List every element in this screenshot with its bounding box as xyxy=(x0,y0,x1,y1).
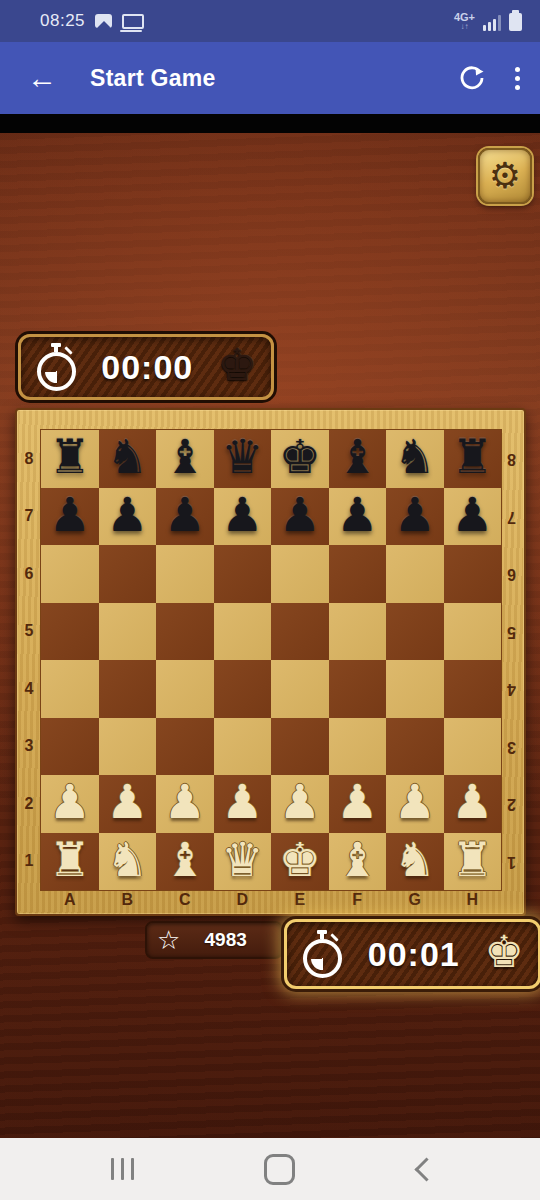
file-label-f: F xyxy=(329,888,387,912)
square-h8[interactable]: ♜ xyxy=(444,430,502,488)
square-b1[interactable]: ♞ xyxy=(99,833,157,891)
file-label-b: B xyxy=(99,888,157,912)
rank-label-2: 2 xyxy=(17,775,41,833)
settings-button[interactable]: ⚙ xyxy=(478,148,532,204)
rank-label-1: 1 xyxy=(17,833,41,891)
piece-white-bishop[interactable]: ♝ xyxy=(164,836,206,883)
piece-black-pawn[interactable]: ♟ xyxy=(164,491,206,538)
square-d5[interactable] xyxy=(214,603,272,661)
home-icon[interactable] xyxy=(264,1154,295,1185)
piece-black-pawn[interactable]: ♟ xyxy=(49,491,91,538)
rank-label-3: 3 xyxy=(17,718,41,776)
square-c7[interactable]: ♟ xyxy=(156,488,214,546)
piece-white-knight[interactable]: ♞ xyxy=(394,836,436,883)
piece-black-queen[interactable]: ♛ xyxy=(221,433,263,480)
piece-white-knight[interactable]: ♞ xyxy=(106,836,148,883)
rank-label-5: 5 xyxy=(17,603,41,661)
square-c3[interactable] xyxy=(156,718,214,776)
piece-black-rook[interactable]: ♜ xyxy=(49,433,91,480)
piece-white-rook[interactable]: ♜ xyxy=(451,836,493,883)
battery-icon xyxy=(509,13,522,31)
piece-black-pawn[interactable]: ♟ xyxy=(451,491,493,538)
piece-white-rook[interactable]: ♜ xyxy=(49,836,91,883)
square-a4[interactable] xyxy=(41,660,99,718)
square-c2[interactable]: ♟ xyxy=(156,775,214,833)
file-labels-bottom: ABCDEFGH xyxy=(41,888,501,912)
rank-label-7: 7 xyxy=(17,488,41,546)
divider-strip xyxy=(0,114,540,133)
square-d2[interactable]: ♟ xyxy=(214,775,272,833)
square-e3[interactable] xyxy=(271,718,329,776)
rank-label-7: 7 xyxy=(499,488,524,546)
square-b8[interactable]: ♞ xyxy=(99,430,157,488)
star-icon: ☆ xyxy=(157,927,180,953)
square-h7[interactable]: ♟ xyxy=(444,488,502,546)
refresh-icon[interactable] xyxy=(459,65,485,91)
page-title: Start Game xyxy=(90,65,216,92)
square-g8[interactable]: ♞ xyxy=(386,430,444,488)
stopwatch-icon xyxy=(35,341,77,393)
rank-label-6: 6 xyxy=(499,545,524,603)
square-h6[interactable] xyxy=(444,545,502,603)
piece-white-bishop[interactable]: ♝ xyxy=(336,836,378,883)
piece-black-pawn[interactable]: ♟ xyxy=(336,491,378,538)
square-a7[interactable]: ♟ xyxy=(41,488,99,546)
rank-label-2: 2 xyxy=(499,775,524,833)
phone-screen: 08:25 4G+ ↓↑ ← Start Game xyxy=(0,0,540,1200)
rank-label-3: 3 xyxy=(499,718,524,776)
rank-labels-left: 87654321 xyxy=(17,430,41,890)
square-g5[interactable] xyxy=(386,603,444,661)
square-f2[interactable]: ♟ xyxy=(329,775,387,833)
black-king-icon: ♚ xyxy=(218,343,257,387)
square-a3[interactable] xyxy=(41,718,99,776)
white-clock: 00:01 xyxy=(343,935,485,974)
square-e2[interactable]: ♟ xyxy=(271,775,329,833)
square-f1[interactable]: ♝ xyxy=(329,833,387,891)
rank-label-4: 4 xyxy=(17,660,41,718)
file-label-g: G xyxy=(386,888,444,912)
rating-score: 4983 xyxy=(180,929,271,951)
white-timer-panel: 00:01 ♚ xyxy=(284,919,540,989)
square-b7[interactable]: ♟ xyxy=(99,488,157,546)
square-f7[interactable]: ♟ xyxy=(329,488,387,546)
file-label-h: H xyxy=(444,888,502,912)
square-c4[interactable] xyxy=(156,660,214,718)
square-e7[interactable]: ♟ xyxy=(271,488,329,546)
board-grid: ♜♞♝♛♚♝♞♜♟♟♟♟♟♟♟♟♟♟♟♟♟♟♟♟♜♞♝♛♚♝♞♜ xyxy=(41,430,501,890)
piece-black-king[interactable]: ♚ xyxy=(279,433,321,480)
piece-black-knight[interactable]: ♞ xyxy=(106,433,148,480)
square-h2[interactable]: ♟ xyxy=(444,775,502,833)
piece-black-bishop[interactable]: ♝ xyxy=(164,433,206,480)
piece-black-pawn[interactable]: ♟ xyxy=(394,491,436,538)
square-h4[interactable] xyxy=(444,660,502,718)
recents-icon[interactable] xyxy=(105,1152,140,1186)
app-bar: ← Start Game xyxy=(0,42,540,114)
square-d6[interactable] xyxy=(214,545,272,603)
file-label-a: A xyxy=(41,888,99,912)
square-a5[interactable] xyxy=(41,603,99,661)
square-g7[interactable]: ♟ xyxy=(386,488,444,546)
square-a2[interactable]: ♟ xyxy=(41,775,99,833)
square-b6[interactable] xyxy=(99,545,157,603)
piece-white-pawn[interactable]: ♟ xyxy=(49,778,91,825)
square-g6[interactable] xyxy=(386,545,444,603)
piece-white-pawn[interactable]: ♟ xyxy=(106,778,148,825)
square-e4[interactable] xyxy=(271,660,329,718)
square-g4[interactable] xyxy=(386,660,444,718)
square-c1[interactable]: ♝ xyxy=(156,833,214,891)
square-b5[interactable] xyxy=(99,603,157,661)
back-arrow-icon[interactable]: ← xyxy=(22,61,62,95)
square-g3[interactable] xyxy=(386,718,444,776)
rank-label-6: 6 xyxy=(17,545,41,603)
square-a1[interactable]: ♜ xyxy=(41,833,99,891)
rating-badge[interactable]: ☆ 4983 xyxy=(145,921,283,959)
rank-label-1: 1 xyxy=(499,833,524,891)
signal-strength-icon xyxy=(483,15,501,31)
piece-white-pawn[interactable]: ♟ xyxy=(279,778,321,825)
square-f8[interactable]: ♝ xyxy=(329,430,387,488)
square-d8[interactable]: ♛ xyxy=(214,430,272,488)
square-a6[interactable] xyxy=(41,545,99,603)
file-label-e: E xyxy=(271,888,329,912)
square-e6[interactable] xyxy=(271,545,329,603)
piece-white-pawn[interactable]: ♟ xyxy=(221,778,263,825)
chess-board: 87654321 87654321 ABCDEFGH ♜♞♝♛♚♝♞♜♟♟♟♟♟… xyxy=(15,408,526,916)
white-king-icon: ♚ xyxy=(485,930,524,974)
nav-back-icon[interactable] xyxy=(414,1157,438,1181)
piece-white-king[interactable]: ♚ xyxy=(279,836,321,883)
square-h3[interactable] xyxy=(444,718,502,776)
square-b2[interactable]: ♟ xyxy=(99,775,157,833)
square-c6[interactable] xyxy=(156,545,214,603)
rank-label-4: 4 xyxy=(499,660,524,718)
network-type-icon: 4G+ ↓↑ xyxy=(454,12,475,31)
square-b3[interactable] xyxy=(99,718,157,776)
square-g1[interactable]: ♞ xyxy=(386,833,444,891)
black-clock: 00:00 xyxy=(77,348,218,387)
square-d1[interactable]: ♛ xyxy=(214,833,272,891)
piece-black-pawn[interactable]: ♟ xyxy=(221,491,263,538)
piece-black-bishop[interactable]: ♝ xyxy=(336,433,378,480)
cast-notification-icon xyxy=(122,14,144,29)
rank-label-8: 8 xyxy=(499,430,524,488)
square-f3[interactable] xyxy=(329,718,387,776)
clock-time: 08:25 xyxy=(40,11,85,31)
piece-white-pawn[interactable]: ♟ xyxy=(164,778,206,825)
square-f6[interactable] xyxy=(329,545,387,603)
black-timer-panel: 00:00 ♚ xyxy=(18,334,274,400)
square-d7[interactable]: ♟ xyxy=(214,488,272,546)
piece-black-pawn[interactable]: ♟ xyxy=(106,491,148,538)
square-b4[interactable] xyxy=(99,660,157,718)
piece-black-rook[interactable]: ♜ xyxy=(451,433,493,480)
square-c5[interactable] xyxy=(156,603,214,661)
file-label-c: C xyxy=(156,888,214,912)
stopwatch-icon xyxy=(301,928,343,980)
piece-white-pawn[interactable]: ♟ xyxy=(394,778,436,825)
gear-icon: ⚙ xyxy=(489,158,521,194)
square-f5[interactable] xyxy=(329,603,387,661)
piece-white-queen[interactable]: ♛ xyxy=(221,836,263,883)
square-e5[interactable] xyxy=(271,603,329,661)
rank-labels-right: 87654321 xyxy=(499,430,524,890)
square-g2[interactable]: ♟ xyxy=(386,775,444,833)
square-h5[interactable] xyxy=(444,603,502,661)
square-e8[interactable]: ♚ xyxy=(271,430,329,488)
square-h1[interactable]: ♜ xyxy=(444,833,502,891)
square-a8[interactable]: ♜ xyxy=(41,430,99,488)
piece-black-knight[interactable]: ♞ xyxy=(394,433,436,480)
square-d4[interactable] xyxy=(214,660,272,718)
android-nav-bar xyxy=(0,1138,540,1200)
rank-label-5: 5 xyxy=(499,603,524,661)
piece-white-pawn[interactable]: ♟ xyxy=(336,778,378,825)
square-d3[interactable] xyxy=(214,718,272,776)
rank-label-8: 8 xyxy=(17,430,41,488)
status-bar: 08:25 4G+ ↓↑ xyxy=(0,0,540,42)
square-e1[interactable]: ♚ xyxy=(271,833,329,891)
square-c8[interactable]: ♝ xyxy=(156,430,214,488)
screenshot-notification-icon xyxy=(95,14,112,28)
square-f4[interactable] xyxy=(329,660,387,718)
piece-black-pawn[interactable]: ♟ xyxy=(279,491,321,538)
overflow-menu-icon[interactable] xyxy=(511,63,524,94)
piece-white-pawn[interactable]: ♟ xyxy=(451,778,493,825)
file-label-d: D xyxy=(214,888,272,912)
